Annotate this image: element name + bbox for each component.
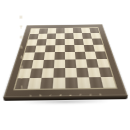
rank-labels: 87654321 <box>17 13 25 93</box>
square-e1 <box>65 77 78 88</box>
rank-label-4: 4 <box>18 53 25 63</box>
square-h1 <box>101 77 116 88</box>
square-d1 <box>53 78 66 89</box>
rank-label-1: 1 <box>18 83 25 93</box>
square-h3 <box>97 59 110 68</box>
square-d3 <box>54 60 65 69</box>
square-d4 <box>54 52 65 60</box>
rank-label-2: 2 <box>18 73 25 83</box>
square-h4 <box>95 51 107 59</box>
square-c4 <box>44 52 55 60</box>
square-c2 <box>42 68 54 78</box>
square-e3 <box>65 59 76 68</box>
square-d2 <box>53 68 65 78</box>
rank-label-6: 6 <box>18 33 25 43</box>
square-c1 <box>40 78 53 89</box>
rank-label-8: 8 <box>17 13 24 23</box>
photo-tilt-wrapper: abcdefgh 87654321 <box>0 0 130 130</box>
square-e4 <box>65 52 76 60</box>
rank-label-3: 3 <box>18 63 25 73</box>
square-h2 <box>99 67 113 77</box>
rank-label-5: 5 <box>18 43 25 53</box>
rank-label-7: 7 <box>17 23 24 33</box>
square-e2 <box>65 68 77 78</box>
squares-grid <box>15 28 116 89</box>
playing-area <box>15 28 116 89</box>
chessboard-product-photo: abcdefgh 87654321 <box>0 0 130 130</box>
square-c3 <box>43 60 55 69</box>
perspective-scene: abcdefgh 87654321 <box>0 0 130 130</box>
